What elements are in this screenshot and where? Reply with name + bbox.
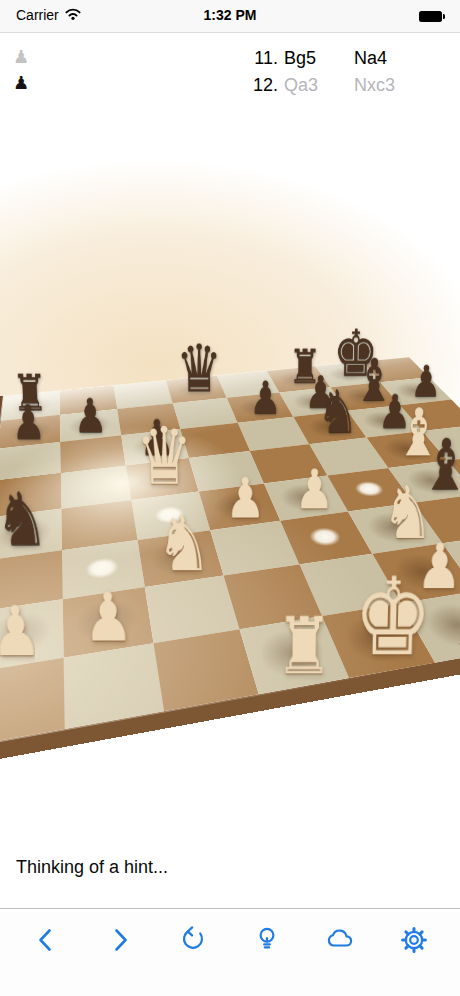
- square-b4[interactable]: [61, 500, 137, 550]
- square-c3[interactable]: ♞: [137, 530, 223, 587]
- move-white-12[interactable]: Qa3: [284, 74, 354, 96]
- lightbulb-icon: [252, 925, 282, 958]
- highlight-dot: [306, 526, 345, 548]
- square-c5[interactable]: ♛: [126, 458, 199, 500]
- hint-button[interactable]: [247, 921, 287, 961]
- side-markers: ♟ ♟: [13, 46, 29, 94]
- square-a2[interactable]: ♟: [0, 599, 64, 673]
- gear-icon: [399, 925, 429, 958]
- square-d1[interactable]: ♜: [240, 616, 349, 694]
- white-pawn-b2[interactable]: ♟: [62, 585, 153, 649]
- black-queen-d8[interactable]: ♛: [171, 338, 226, 400]
- square-d8[interactable]: ♛: [166, 376, 227, 404]
- clock: 1:32 PM: [0, 7, 460, 23]
- move-number: 12.: [246, 74, 284, 96]
- rotate-arrow-icon: [178, 925, 208, 958]
- white-king-e1[interactable]: ♚: [346, 567, 441, 669]
- move-number: 11.: [246, 47, 284, 69]
- forward-button[interactable]: [100, 921, 140, 961]
- black-pawn-icon: ♟: [13, 72, 29, 94]
- chess-board[interactable]: ♜♛♜♚♟♟♟♟♝♟♟♞♟♛♝♞♟♟♝♞♞♟♟♟♟♟♜♚♝♜: [0, 357, 460, 770]
- move-white-11[interactable]: Bg5: [284, 47, 354, 69]
- square-b6[interactable]: [60, 435, 126, 473]
- battery-full-icon: [419, 10, 446, 22]
- square-e7[interactable]: ♟: [227, 392, 294, 422]
- cloud-icon: [324, 925, 356, 958]
- square-b2[interactable]: ♟: [63, 587, 154, 658]
- move-list: 11. Bg5 Na4 12. Qa3 Nxc3: [246, 47, 430, 96]
- white-queen-c5[interactable]: ♛: [130, 419, 199, 495]
- move-black-11[interactable]: Na4: [354, 47, 430, 69]
- white-knight-c3[interactable]: ♞: [143, 507, 224, 580]
- board-scene: ♜♛♜♚♟♟♟♟♝♟♟♞♟♛♝♞♟♟♝♞♞♟♟♟♟♟♜♚♝♜: [0, 113, 460, 833]
- white-pawn-e4[interactable]: ♟: [279, 463, 350, 515]
- black-pawn-b7[interactable]: ♟: [60, 393, 121, 438]
- white-pawn-icon: ♟: [13, 46, 29, 68]
- black-pawn-a7[interactable]: ♟: [0, 399, 60, 444]
- settings-button[interactable]: [394, 921, 434, 961]
- black-knight-a4[interactable]: ♞: [0, 485, 61, 555]
- square-c1[interactable]: [154, 629, 259, 711]
- cloud-button[interactable]: [320, 921, 360, 961]
- chevron-left-icon: [31, 925, 61, 958]
- square-a1[interactable]: [0, 658, 65, 748]
- white-rook-d1[interactable]: ♜: [257, 610, 352, 685]
- square-b1[interactable]: [64, 643, 164, 729]
- back-button[interactable]: [26, 921, 66, 961]
- square-b7[interactable]: ♟: [60, 409, 121, 442]
- square-a7[interactable]: ♟: [0, 415, 60, 449]
- chevron-right-icon: [105, 925, 135, 958]
- square-a4[interactable]: ♞: [0, 509, 62, 561]
- rotate-button[interactable]: [173, 921, 213, 961]
- hint-status-text: Thinking of a hint...: [16, 857, 168, 878]
- black-pawn-e7[interactable]: ♟: [237, 376, 295, 419]
- status-bar: Carrier 1:32 PM: [0, 0, 460, 33]
- move-black-12[interactable]: Nxc3: [354, 74, 430, 96]
- bottom-toolbar: [0, 908, 460, 996]
- move-list-panel: ♟ ♟ 11. Bg5 Na4 12. Qa3 Nxc3: [0, 33, 460, 113]
- black-knight-f6[interactable]: ♞: [308, 384, 369, 440]
- white-pawn-a2[interactable]: ♟: [0, 598, 63, 664]
